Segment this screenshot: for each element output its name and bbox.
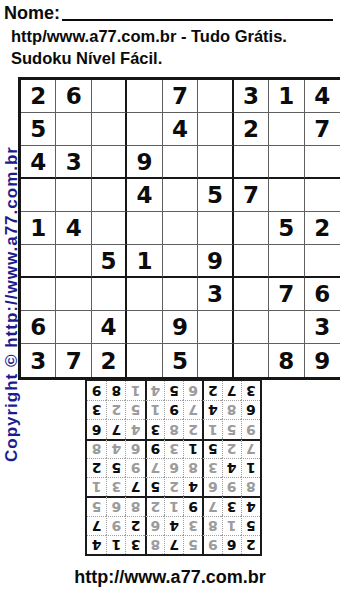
solution-cell-r5c2: 4 xyxy=(222,458,241,477)
solution-cell-r1c5: 7 xyxy=(164,535,183,554)
printable-sudoku-page: Nome: http/www.a77.com.br - Tudo Grátis.… xyxy=(0,0,340,596)
site-tagline: http/www.a77.com.br - Tudo Grátis. xyxy=(11,27,335,46)
puzzle-cell-r8c3: 4 xyxy=(92,311,127,344)
solution-cell-r4c7: 7 xyxy=(125,477,144,496)
puzzle-cell-r8c6[interactable] xyxy=(198,311,233,344)
solution-cell-r5c6: 7 xyxy=(145,458,164,477)
puzzle-cell-r8c5: 9 xyxy=(163,311,198,344)
solution-cell-r3c2: 3 xyxy=(222,496,241,515)
solution-cell-r1c6: 8 xyxy=(145,535,164,554)
puzzle-cell-r4c7: 7 xyxy=(234,179,269,212)
solution-cell-r3c5: 1 xyxy=(164,496,183,515)
puzzle-cell-r6c3: 5 xyxy=(92,245,127,278)
puzzle-cell-r1c3[interactable] xyxy=(92,80,127,113)
puzzle-cell-r9c5: 5 xyxy=(163,344,198,377)
puzzle-cell-r6c4: 1 xyxy=(127,245,162,278)
puzzle-cell-r6c5[interactable] xyxy=(163,245,198,278)
solution-cell-r7c4: 2 xyxy=(183,419,202,438)
puzzle-cell-r5c4[interactable] xyxy=(127,212,162,245)
puzzle-cell-r7c1[interactable] xyxy=(21,278,56,311)
solution-cell-r6c2: 2 xyxy=(222,439,241,458)
solution-cell-r6c8: 4 xyxy=(106,439,125,458)
solution-cell-r9c9: 9 xyxy=(87,381,106,400)
puzzle-cell-r2c4[interactable] xyxy=(127,113,162,146)
solution-cell-r4c5: 2 xyxy=(164,477,183,496)
difficulty-title: Sudoku Nível Fácil. xyxy=(11,49,335,68)
puzzle-cell-r9c3: 2 xyxy=(92,344,127,377)
solution-cell-r3c4: 9 xyxy=(183,496,202,515)
solution-cell-r5c5: 6 xyxy=(164,458,183,477)
puzzle-cell-r2c1: 5 xyxy=(21,113,56,146)
puzzle-cell-r2c7: 2 xyxy=(234,113,269,146)
puzzle-cell-r5c6[interactable] xyxy=(198,212,233,245)
solution-cell-r4c6: 5 xyxy=(145,477,164,496)
solution-cell-r1c7: 3 xyxy=(125,535,144,554)
solution-cell-r1c3: 9 xyxy=(202,535,221,554)
puzzle-cell-r3c5[interactable] xyxy=(163,146,198,179)
solution-cell-r6c9: 8 xyxy=(87,439,106,458)
solution-cell-r7c6: 3 xyxy=(145,419,164,438)
puzzle-cell-r6c1[interactable] xyxy=(21,245,56,278)
solution-cell-r1c4: 5 xyxy=(183,535,202,554)
puzzle-cell-r3c2: 3 xyxy=(56,146,91,179)
solution-cell-r3c3: 7 xyxy=(202,496,221,515)
puzzle-cell-r7c8: 7 xyxy=(269,278,304,311)
puzzle-cell-r4c4: 4 xyxy=(127,179,162,212)
puzzle-cell-r5c3[interactable] xyxy=(92,212,127,245)
puzzle-cell-r3c4: 9 xyxy=(127,146,162,179)
solution-cell-r8c5: 9 xyxy=(164,400,183,419)
solution-cell-r2c1: 5 xyxy=(241,516,260,535)
puzzle-cell-r4c3[interactable] xyxy=(92,179,127,212)
puzzle-cell-r7c5[interactable] xyxy=(163,278,198,311)
solution-cell-r4c8: 3 xyxy=(106,477,125,496)
solution-cell-r8c6: 1 xyxy=(145,400,164,419)
solution-cell-r5c7: 9 xyxy=(125,458,144,477)
puzzle-cell-r3c8[interactable] xyxy=(269,146,304,179)
solution-cell-r9c2: 7 xyxy=(222,381,241,400)
solution-cell-r8c9: 3 xyxy=(87,400,106,419)
puzzle-cell-r8c7[interactable] xyxy=(234,311,269,344)
puzzle-cell-r1c4[interactable] xyxy=(127,80,162,113)
solution-cell-r2c4: 3 xyxy=(183,516,202,535)
puzzle-grid: 267314542743945714525193766493372589 xyxy=(18,77,340,380)
solution-cell-r8c7: 5 xyxy=(125,400,144,419)
solution-cell-r9c6: 4 xyxy=(145,381,164,400)
puzzle-cell-r9c6[interactable] xyxy=(198,344,233,377)
puzzle-cell-r2c2[interactable] xyxy=(56,113,91,146)
puzzle-cell-r1c7: 3 xyxy=(234,80,269,113)
solution-cell-r2c2: 1 xyxy=(222,516,241,535)
puzzle-cell-r1c8: 1 xyxy=(269,80,304,113)
solution-cell-r1c1: 2 xyxy=(241,535,260,554)
puzzle-cell-r8c9: 3 xyxy=(305,311,340,344)
puzzle-cell-r2c8[interactable] xyxy=(269,113,304,146)
solution-cell-r8c1: 6 xyxy=(241,400,260,419)
puzzle-cell-r3c7[interactable] xyxy=(234,146,269,179)
puzzle-cell-r9c1: 3 xyxy=(21,344,56,377)
puzzle-cell-r9c9: 9 xyxy=(305,344,340,377)
solution-cell-r8c4: 7 xyxy=(183,400,202,419)
puzzle-cell-r4c6: 5 xyxy=(198,179,233,212)
puzzle-cell-r6c2[interactable] xyxy=(56,245,91,278)
puzzle-cell-r6c8[interactable] xyxy=(269,245,304,278)
puzzle-cell-r7c6: 3 xyxy=(198,278,233,311)
puzzle-cell-r5c1: 1 xyxy=(21,212,56,245)
puzzle-cell-r7c7[interactable] xyxy=(234,278,269,311)
puzzle-cell-r6c6: 9 xyxy=(198,245,233,278)
solution-cell-r5c1: 1 xyxy=(241,458,260,477)
solution-cell-r9c1: 3 xyxy=(241,381,260,400)
name-row: Nome: xyxy=(4,3,335,24)
puzzle-cell-r1c5: 7 xyxy=(163,80,198,113)
solution-cell-r5c9: 2 xyxy=(87,458,106,477)
puzzle-cell-r6c9[interactable] xyxy=(305,245,340,278)
solution-cell-r5c4: 8 xyxy=(183,458,202,477)
puzzle-cell-r1c9: 4 xyxy=(305,80,340,113)
puzzle-cell-r3c1: 4 xyxy=(21,146,56,179)
puzzle-cell-r1c6[interactable] xyxy=(198,80,233,113)
puzzle-cell-r5c2: 4 xyxy=(56,212,91,245)
solution-cell-r8c2: 8 xyxy=(222,400,241,419)
puzzle-cell-r9c4[interactable] xyxy=(127,344,162,377)
solution-cell-r9c4: 6 xyxy=(183,381,202,400)
solution-cell-r5c8: 5 xyxy=(106,458,125,477)
puzzle-cell-r2c6[interactable] xyxy=(198,113,233,146)
page-header: Nome: http/www.a77.com.br - Tudo Grátis.… xyxy=(4,3,335,68)
solution-cell-r6c3: 5 xyxy=(202,439,221,458)
solution-cell-r7c1: 9 xyxy=(241,419,260,438)
solution-cell-r8c8: 2 xyxy=(106,400,125,419)
solution-cell-r7c7: 4 xyxy=(125,419,144,438)
solution-cell-r3c1: 4 xyxy=(241,496,260,515)
puzzle-cell-r2c5: 4 xyxy=(163,113,198,146)
solution-cell-r8c3: 4 xyxy=(202,400,221,419)
puzzle-cell-r4c5[interactable] xyxy=(163,179,198,212)
puzzle-cell-r3c9[interactable] xyxy=(305,146,340,179)
puzzle-cell-r9c7[interactable] xyxy=(234,344,269,377)
solution-cell-r7c8: 7 xyxy=(106,419,125,438)
puzzle-cell-r4c2[interactable] xyxy=(56,179,91,212)
solution-cell-r3c7: 8 xyxy=(125,496,144,515)
solution-cell-r7c3: 1 xyxy=(202,419,221,438)
solution-cell-r3c6: 2 xyxy=(145,496,164,515)
puzzle-cell-r7c3[interactable] xyxy=(92,278,127,311)
solution-cell-r6c5: 3 xyxy=(164,439,183,458)
solution-cell-r4c2: 9 xyxy=(222,477,241,496)
puzzle-cell-r2c9: 7 xyxy=(305,113,340,146)
solution-cell-r4c3: 6 xyxy=(202,477,221,496)
solution-cell-r3c8: 6 xyxy=(106,496,125,515)
name-label: Nome: xyxy=(4,3,60,24)
puzzle-cell-r8c1: 6 xyxy=(21,311,56,344)
solution-cell-r6c6: 9 xyxy=(145,439,164,458)
solution-cell-r6c7: 6 xyxy=(125,439,144,458)
solution-cell-r2c9: 7 xyxy=(87,516,106,535)
solution-cell-r2c5: 4 xyxy=(164,516,183,535)
solution-cell-r9c7: 1 xyxy=(125,381,144,400)
puzzle-cell-r4c1[interactable] xyxy=(21,179,56,212)
puzzle-cell-r1c1: 2 xyxy=(21,80,56,113)
puzzle-cell-r4c8[interactable] xyxy=(269,179,304,212)
puzzle-cell-r8c8[interactable] xyxy=(269,311,304,344)
solution-cell-r1c8: 1 xyxy=(106,535,125,554)
solution-cell-r2c8: 9 xyxy=(106,516,125,535)
solution-cell-r9c3: 2 xyxy=(202,381,221,400)
solution-cell-r7c5: 8 xyxy=(164,419,183,438)
solution-cell-r2c7: 2 xyxy=(125,516,144,535)
solution-cell-r4c1: 8 xyxy=(241,477,260,496)
puzzle-cell-r8c4[interactable] xyxy=(127,311,162,344)
puzzle-cell-r5c8: 5 xyxy=(269,212,304,245)
puzzle-cell-r5c5[interactable] xyxy=(163,212,198,245)
puzzle-cell-r8c2[interactable] xyxy=(56,311,91,344)
solution-cell-r2c6: 6 xyxy=(145,516,164,535)
puzzle-cell-r3c6[interactable] xyxy=(198,146,233,179)
solution-cell-r1c9: 4 xyxy=(87,535,106,554)
solution-cell-r1c2: 6 xyxy=(222,535,241,554)
footer-url: http://www.a77.com.br xyxy=(0,567,340,588)
solution-cell-r6c4: 1 xyxy=(183,439,202,458)
solution-cell-r7c2: 5 xyxy=(222,419,241,438)
solution-grid-rotated-180: 2695783145183462974379128658964257311438… xyxy=(85,379,262,556)
solution-cell-r7c9: 6 xyxy=(87,419,106,438)
puzzle-cell-r1c2: 6 xyxy=(56,80,91,113)
puzzle-cell-r5c7[interactable] xyxy=(234,212,269,245)
solution-cell-r6c1: 7 xyxy=(241,439,260,458)
solution-cell-r5c3: 3 xyxy=(202,458,221,477)
puzzle-cell-r9c2: 7 xyxy=(56,344,91,377)
solution-cell-r9c5: 5 xyxy=(164,381,183,400)
name-blank-line[interactable] xyxy=(62,5,333,21)
puzzle-cell-r7c9: 6 xyxy=(305,278,340,311)
puzzle-cell-r7c4[interactable] xyxy=(127,278,162,311)
solution-cell-r4c4: 4 xyxy=(183,477,202,496)
solution-cell-r9c8: 8 xyxy=(106,381,125,400)
puzzle-cell-r4c9[interactable] xyxy=(305,179,340,212)
puzzle-cell-r5c9: 2 xyxy=(305,212,340,245)
solution-cell-r3c9: 5 xyxy=(87,496,106,515)
puzzle-cell-r9c8: 8 xyxy=(269,344,304,377)
puzzle-cell-r3c3[interactable] xyxy=(92,146,127,179)
puzzle-cell-r6c7[interactable] xyxy=(234,245,269,278)
puzzle-cell-r7c2[interactable] xyxy=(56,278,91,311)
solution-cell-r2c3: 8 xyxy=(202,516,221,535)
puzzle-cell-r2c3[interactable] xyxy=(92,113,127,146)
solution-cell-r4c9: 1 xyxy=(87,477,106,496)
